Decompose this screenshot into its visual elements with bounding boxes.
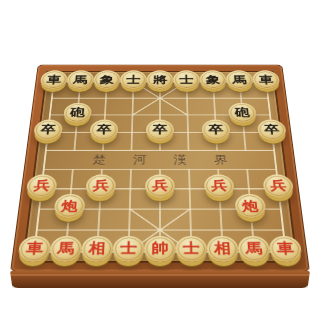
piece-glyph: 士 [120,242,137,256]
piece-glyph: 兵 [152,180,168,192]
piece-glyph: 馬 [57,242,75,256]
piece-glyph: 卒 [40,124,56,135]
piece-glyph: 兵 [270,180,287,192]
piece-glyph: 卒 [153,124,168,135]
board-grid [25,73,294,261]
piece-glyph: 車 [46,75,61,85]
piece-glyph: 卒 [264,124,280,135]
piece-glyph: 兵 [33,180,50,192]
piece-glyph: 馬 [245,242,263,256]
piece-glyph: 車 [25,242,43,256]
piece-red-soldier[interactable]: 兵 [145,174,175,197]
piece-red-advisor[interactable]: 士 [175,236,207,262]
piece-glyph: 砲 [70,107,85,118]
piece-glyph: 象 [206,75,221,85]
piece-glyph: 卒 [208,124,223,135]
piece-glyph: 車 [258,75,273,85]
board-front-edge [10,271,310,288]
piece-glyph: 兵 [93,180,109,192]
piece-glyph: 帥 [152,242,169,256]
xiangqi-photo-scene: 楚 河 漢 界 車馬象士將士象馬車砲砲卒卒卒卒卒兵兵兵兵兵炮炮車馬相士帥士相馬車 [0,0,320,320]
piece-black-advisor[interactable]: 士 [173,70,200,89]
piece-glyph: 馬 [73,75,88,85]
piece-glyph: 馬 [232,75,247,85]
piece-black-soldier[interactable]: 卒 [201,120,230,141]
piece-glyph: 士 [126,75,140,85]
piece-black-elephant[interactable]: 象 [199,70,227,89]
piece-glyph: 炮 [242,200,259,213]
piece-black-general[interactable]: 將 [147,70,174,89]
piece-glyph: 象 [100,75,115,85]
piece-black-soldier[interactable]: 卒 [146,120,174,141]
piece-glyph: 卒 [96,124,111,135]
piece-glyph: 士 [183,242,200,256]
piece-red-general[interactable]: 帥 [144,236,176,262]
piece-glyph: 相 [89,242,106,256]
piece-glyph: 砲 [235,107,250,118]
piece-glyph: 士 [179,75,193,85]
piece-black-horse[interactable]: 馬 [226,70,254,89]
piece-red-elephant[interactable]: 相 [206,236,239,262]
piece-glyph: 兵 [211,180,227,192]
piece-glyph: 相 [214,242,231,256]
xiangqi-board: 楚 河 漢 界 車馬象士將士象馬車砲砲卒卒卒卒卒兵兵兵兵兵炮炮車馬相士帥士相馬車 [10,65,310,272]
piece-glyph: 車 [276,242,294,256]
piece-glyph: 炮 [61,200,78,213]
piece-red-soldier[interactable]: 兵 [204,174,235,197]
piece-glyph: 將 [153,75,167,85]
board-tilt-plane: 楚 河 漢 界 車馬象士將士象馬車砲砲卒卒卒卒卒兵兵兵兵兵炮炮車馬相士帥士相馬車 [10,65,310,272]
